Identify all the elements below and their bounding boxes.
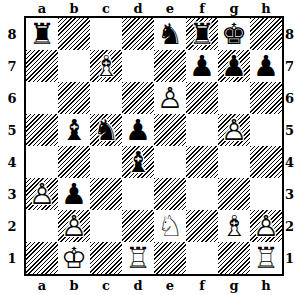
file-labels-top: a b c d e f g h <box>24 0 284 16</box>
piece-glyph: ♟ <box>218 50 250 82</box>
square-c8[interactable] <box>90 18 122 50</box>
square-d1[interactable]: ♜♖ <box>122 242 154 274</box>
rank-label-4: 4 <box>284 156 295 169</box>
file-label-h: h <box>250 2 282 15</box>
file-label-e: e <box>154 279 186 292</box>
square-h6[interactable] <box>250 82 282 114</box>
file-label-d: d <box>122 279 154 292</box>
square-h2[interactable]: ♟♙ <box>250 210 282 242</box>
square-g4[interactable] <box>218 146 250 178</box>
rank-label-2: 2 <box>0 220 24 233</box>
square-c3[interactable] <box>90 178 122 210</box>
piece-glyph: ♙ <box>218 114 250 146</box>
square-d3[interactable] <box>122 178 154 210</box>
piece-white-bishop[interactable]: ♝♗ <box>218 210 250 242</box>
piece-black-pawn[interactable]: ♟♟ <box>186 50 218 82</box>
piece-black-rook[interactable]: ♜♜ <box>26 18 58 50</box>
rank-label-8: 8 <box>0 28 24 41</box>
square-d2[interactable] <box>122 210 154 242</box>
square-d7[interactable] <box>122 50 154 82</box>
square-a7[interactable] <box>26 50 58 82</box>
file-label-c: c <box>90 279 122 292</box>
rank-label-6: 6 <box>0 92 24 105</box>
square-d8[interactable] <box>122 18 154 50</box>
square-f4[interactable] <box>186 146 218 178</box>
piece-glyph: ♟ <box>186 50 218 82</box>
piece-glyph: ♙ <box>26 178 58 210</box>
file-label-b: b <box>58 2 90 15</box>
chess-diagram: a b c d e f g h 8 7 6 5 4 3 2 1 ♜♜♞♞♜♜♚♚… <box>0 0 295 295</box>
square-f5[interactable] <box>186 114 218 146</box>
piece-black-rook[interactable]: ♜♜ <box>186 18 218 50</box>
piece-black-bishop[interactable]: ♝♝ <box>58 114 90 146</box>
rank-label-7: 7 <box>284 60 295 73</box>
square-h1[interactable]: ♜♖ <box>250 242 282 274</box>
piece-glyph: ♖ <box>250 242 282 274</box>
file-label-d: d <box>122 2 154 15</box>
square-e4[interactable] <box>154 146 186 178</box>
piece-glyph: ♟ <box>250 50 282 82</box>
rank-label-3: 3 <box>0 188 24 201</box>
piece-glyph: ♜ <box>186 18 218 50</box>
rank-label-5: 5 <box>284 124 295 137</box>
square-c6[interactable] <box>90 82 122 114</box>
square-f8[interactable]: ♜♜ <box>186 18 218 50</box>
square-e3[interactable] <box>154 178 186 210</box>
piece-glyph: ♝ <box>58 114 90 146</box>
piece-glyph: ♗ <box>90 50 122 82</box>
piece-glyph: ♘ <box>154 210 186 242</box>
rank-label-1: 1 <box>284 252 295 265</box>
piece-black-knight[interactable]: ♞♞ <box>90 114 122 146</box>
square-d5[interactable]: ♟♟ <box>122 114 154 146</box>
square-h4[interactable] <box>250 146 282 178</box>
square-c7[interactable]: ♝♗ <box>90 50 122 82</box>
piece-glyph: ♟ <box>122 114 154 146</box>
square-c5[interactable]: ♞♞ <box>90 114 122 146</box>
file-label-e: e <box>154 2 186 15</box>
square-f6[interactable] <box>186 82 218 114</box>
square-a6[interactable] <box>26 82 58 114</box>
square-d4[interactable]: ♝♝ <box>122 146 154 178</box>
piece-black-pawn[interactable]: ♟♟ <box>58 178 90 210</box>
piece-white-rook[interactable]: ♜♖ <box>250 242 282 274</box>
piece-glyph: ♙ <box>58 210 90 242</box>
square-a1[interactable] <box>26 242 58 274</box>
rank-label-4: 4 <box>0 156 24 169</box>
rank-label-8: 8 <box>284 28 295 41</box>
rank-label-2: 2 <box>284 220 295 233</box>
square-f3[interactable] <box>186 178 218 210</box>
square-a2[interactable] <box>26 210 58 242</box>
square-c2[interactable] <box>90 210 122 242</box>
piece-black-pawn[interactable]: ♟♟ <box>250 50 282 82</box>
square-b5[interactable]: ♝♝ <box>58 114 90 146</box>
square-b4[interactable] <box>58 146 90 178</box>
square-f1[interactable] <box>186 242 218 274</box>
file-label-b: b <box>58 279 90 292</box>
piece-glyph: ♞ <box>154 18 186 50</box>
file-label-a: a <box>26 2 58 15</box>
square-d6[interactable] <box>122 82 154 114</box>
piece-white-pawn[interactable]: ♟♙ <box>58 210 90 242</box>
square-a8[interactable]: ♜♜ <box>26 18 58 50</box>
square-b3[interactable]: ♟♟ <box>58 178 90 210</box>
rank-label-1: 1 <box>0 252 24 265</box>
square-f2[interactable] <box>186 210 218 242</box>
piece-white-rook[interactable]: ♜♖ <box>122 242 154 274</box>
square-b8[interactable] <box>58 18 90 50</box>
file-label-a: a <box>26 279 58 292</box>
piece-white-pawn[interactable]: ♟♙ <box>218 114 250 146</box>
board: ♜♜♞♞♜♜♚♚♝♗♟♟♟♟♟♟♟♙♝♝♞♞♟♟♟♙♝♝♟♙♟♟♟♙♞♘♝♗♟♙… <box>24 16 284 276</box>
piece-white-pawn[interactable]: ♟♙ <box>250 210 282 242</box>
rank-label-6: 6 <box>284 92 295 105</box>
rank-labels-right: 8 7 6 5 4 3 2 1 <box>284 16 295 276</box>
square-g8[interactable]: ♚♚ <box>218 18 250 50</box>
rank-label-5: 5 <box>0 124 24 137</box>
piece-white-knight[interactable]: ♞♘ <box>154 210 186 242</box>
rank-label-7: 7 <box>0 60 24 73</box>
square-g2[interactable]: ♝♗ <box>218 210 250 242</box>
square-a4[interactable] <box>26 146 58 178</box>
piece-glyph: ♙ <box>250 210 282 242</box>
piece-glyph: ♔ <box>58 242 90 274</box>
square-g6[interactable] <box>218 82 250 114</box>
file-label-g: g <box>218 279 250 292</box>
piece-glyph: ♞ <box>90 114 122 146</box>
piece-white-pawn[interactable]: ♟♙ <box>26 178 58 210</box>
square-h7[interactable]: ♟♟ <box>250 50 282 82</box>
file-label-f: f <box>186 2 218 15</box>
square-g3[interactable] <box>218 178 250 210</box>
piece-black-pawn[interactable]: ♟♟ <box>218 50 250 82</box>
square-c4[interactable] <box>90 146 122 178</box>
piece-glyph: ♙ <box>154 82 186 114</box>
piece-black-king[interactable]: ♚♚ <box>218 18 250 50</box>
square-g1[interactable] <box>218 242 250 274</box>
file-label-g: g <box>218 2 250 15</box>
file-labels-bottom: a b c d e f g h <box>24 276 284 295</box>
piece-glyph: ♚ <box>218 18 250 50</box>
square-a3[interactable]: ♟♙ <box>26 178 58 210</box>
piece-black-bishop[interactable]: ♝♝ <box>122 146 154 178</box>
piece-glyph: ♜ <box>26 18 58 50</box>
square-b6[interactable] <box>58 82 90 114</box>
square-g7[interactable]: ♟♟ <box>218 50 250 82</box>
square-g5[interactable]: ♟♙ <box>218 114 250 146</box>
piece-black-pawn[interactable]: ♟♟ <box>122 114 154 146</box>
square-e1[interactable] <box>154 242 186 274</box>
piece-glyph: ♗ <box>218 210 250 242</box>
square-f7[interactable]: ♟♟ <box>186 50 218 82</box>
square-e5[interactable] <box>154 114 186 146</box>
piece-white-king[interactable]: ♚♔ <box>58 242 90 274</box>
square-b2[interactable]: ♟♙ <box>58 210 90 242</box>
square-e6[interactable]: ♟♙ <box>154 82 186 114</box>
square-c1[interactable] <box>90 242 122 274</box>
rank-labels-left: 8 7 6 5 4 3 2 1 <box>0 16 24 276</box>
file-label-f: f <box>186 279 218 292</box>
piece-glyph: ♟ <box>58 178 90 210</box>
piece-black-knight[interactable]: ♞♞ <box>154 18 186 50</box>
rank-label-3: 3 <box>284 188 295 201</box>
square-e8[interactable]: ♞♞ <box>154 18 186 50</box>
square-h8[interactable] <box>250 18 282 50</box>
square-b1[interactable]: ♚♔ <box>58 242 90 274</box>
piece-white-pawn[interactable]: ♟♙ <box>154 82 186 114</box>
piece-white-bishop[interactable]: ♝♗ <box>90 50 122 82</box>
file-label-h: h <box>250 279 282 292</box>
square-h3[interactable] <box>250 178 282 210</box>
piece-glyph: ♖ <box>122 242 154 274</box>
square-h5[interactable] <box>250 114 282 146</box>
piece-glyph: ♝ <box>122 146 154 178</box>
square-e7[interactable] <box>154 50 186 82</box>
file-label-c: c <box>90 2 122 15</box>
square-a5[interactable] <box>26 114 58 146</box>
square-e2[interactable]: ♞♘ <box>154 210 186 242</box>
square-b7[interactable] <box>58 50 90 82</box>
